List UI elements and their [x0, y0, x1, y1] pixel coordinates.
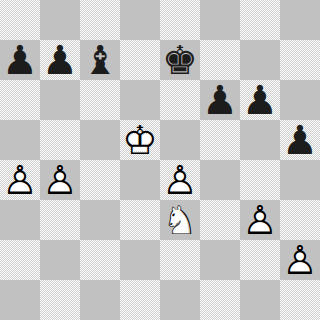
- square-c3[interactable]: [80, 200, 120, 240]
- square-h2[interactable]: ♟♙: [280, 240, 320, 280]
- black-king: ♚: [160, 40, 200, 80]
- square-c4[interactable]: [80, 160, 120, 200]
- square-g6[interactable]: ♟: [240, 80, 280, 120]
- black-pawn: ♟: [280, 120, 320, 160]
- square-b6[interactable]: [40, 80, 80, 120]
- square-g1[interactable]: [240, 280, 280, 320]
- piece-outline-glyph: ♙: [42, 160, 78, 200]
- white-knight: ♞♘: [160, 200, 200, 240]
- black-pawn: ♟: [200, 80, 240, 120]
- black-pawn: ♟: [0, 40, 40, 80]
- square-f1[interactable]: [200, 280, 240, 320]
- square-h7[interactable]: [280, 40, 320, 80]
- square-e6[interactable]: [160, 80, 200, 120]
- square-c7[interactable]: ♝: [80, 40, 120, 80]
- square-h1[interactable]: [280, 280, 320, 320]
- white-pawn: ♟♙: [160, 160, 200, 200]
- square-f5[interactable]: [200, 120, 240, 160]
- piece-outline-glyph: ♙: [282, 240, 318, 280]
- square-h4[interactable]: [280, 160, 320, 200]
- white-pawn: ♟♙: [280, 240, 320, 280]
- square-e3[interactable]: ♞♘: [160, 200, 200, 240]
- square-b2[interactable]: [40, 240, 80, 280]
- square-b8[interactable]: [40, 0, 80, 40]
- square-g4[interactable]: [240, 160, 280, 200]
- square-g2[interactable]: [240, 240, 280, 280]
- square-c8[interactable]: [80, 0, 120, 40]
- square-h8[interactable]: [280, 0, 320, 40]
- square-f2[interactable]: [200, 240, 240, 280]
- square-d4[interactable]: [120, 160, 160, 200]
- piece-outline-glyph: ♙: [162, 160, 198, 200]
- square-g8[interactable]: [240, 0, 280, 40]
- piece-outline-glyph: ♘: [162, 200, 198, 240]
- square-a8[interactable]: [0, 0, 40, 40]
- black-pawn: ♟: [240, 80, 280, 120]
- square-f8[interactable]: [200, 0, 240, 40]
- square-d7[interactable]: [120, 40, 160, 80]
- square-c6[interactable]: [80, 80, 120, 120]
- square-b5[interactable]: [40, 120, 80, 160]
- piece-outline-glyph: ♔: [122, 120, 158, 160]
- white-pawn: ♟♙: [40, 160, 80, 200]
- square-a3[interactable]: [0, 200, 40, 240]
- square-g7[interactable]: [240, 40, 280, 80]
- square-f7[interactable]: [200, 40, 240, 80]
- square-e7[interactable]: ♚: [160, 40, 200, 80]
- square-g5[interactable]: [240, 120, 280, 160]
- square-d3[interactable]: [120, 200, 160, 240]
- square-a6[interactable]: [0, 80, 40, 120]
- chess-board: ♟♟♝♚♟♟♚♔♟♟♙♟♙♟♙♞♘♟♙♟♙: [0, 0, 320, 320]
- black-bishop: ♝: [80, 40, 120, 80]
- square-f6[interactable]: ♟: [200, 80, 240, 120]
- square-f4[interactable]: [200, 160, 240, 200]
- square-a1[interactable]: [0, 280, 40, 320]
- square-e2[interactable]: [160, 240, 200, 280]
- square-g3[interactable]: ♟♙: [240, 200, 280, 240]
- square-d5[interactable]: ♚♔: [120, 120, 160, 160]
- square-h5[interactable]: ♟: [280, 120, 320, 160]
- square-e5[interactable]: [160, 120, 200, 160]
- piece-outline-glyph: ♙: [2, 160, 38, 200]
- square-b4[interactable]: ♟♙: [40, 160, 80, 200]
- square-d1[interactable]: [120, 280, 160, 320]
- square-a7[interactable]: ♟: [0, 40, 40, 80]
- square-d8[interactable]: [120, 0, 160, 40]
- square-a4[interactable]: ♟♙: [0, 160, 40, 200]
- square-c1[interactable]: [80, 280, 120, 320]
- square-d6[interactable]: [120, 80, 160, 120]
- square-e4[interactable]: ♟♙: [160, 160, 200, 200]
- square-c2[interactable]: [80, 240, 120, 280]
- square-e8[interactable]: [160, 0, 200, 40]
- square-c5[interactable]: [80, 120, 120, 160]
- square-b3[interactable]: [40, 200, 80, 240]
- white-pawn: ♟♙: [240, 200, 280, 240]
- white-king: ♚♔: [120, 120, 160, 160]
- piece-outline-glyph: ♙: [242, 200, 278, 240]
- square-f3[interactable]: [200, 200, 240, 240]
- square-b1[interactable]: [40, 280, 80, 320]
- square-b7[interactable]: ♟: [40, 40, 80, 80]
- square-a2[interactable]: [0, 240, 40, 280]
- square-h3[interactable]: [280, 200, 320, 240]
- square-d2[interactable]: [120, 240, 160, 280]
- square-h6[interactable]: [280, 80, 320, 120]
- black-pawn: ♟: [40, 40, 80, 80]
- white-pawn: ♟♙: [0, 160, 40, 200]
- square-e1[interactable]: [160, 280, 200, 320]
- square-a5[interactable]: [0, 120, 40, 160]
